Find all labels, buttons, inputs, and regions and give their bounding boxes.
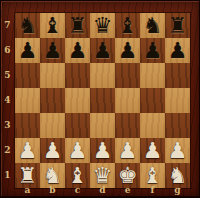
- square-a6[interactable]: ♟: [15, 38, 40, 63]
- piece-white-pawn-b2[interactable]: ♟: [40, 138, 65, 163]
- piece-black-bishop-b7[interactable]: ♝: [40, 13, 65, 38]
- piece-black-knight-f7[interactable]: ♞: [140, 13, 165, 38]
- file-label-b: b: [40, 185, 65, 196]
- file-label-d: d: [90, 185, 115, 196]
- square-e4[interactable]: [115, 88, 140, 113]
- square-b2[interactable]: ♟: [40, 138, 65, 163]
- rank-label-5: 5: [0, 63, 15, 88]
- chess-board[interactable]: ♞♝♜♛♝♞♜♟♟♟♟♟♟♟♟♟♟♟♟♟♟♜♞♝♛♚♝♞: [15, 13, 190, 188]
- piece-black-knight-a7[interactable]: ♞: [15, 13, 40, 38]
- square-d7[interactable]: ♛: [90, 13, 115, 38]
- square-f5[interactable]: [140, 63, 165, 88]
- piece-black-queen-d7[interactable]: ♛: [90, 13, 115, 38]
- square-c2[interactable]: ♟: [65, 138, 90, 163]
- rank-label-7: 7: [0, 13, 15, 38]
- piece-white-pawn-c2[interactable]: ♟: [65, 138, 90, 163]
- rank-labels: 7654321: [0, 13, 15, 188]
- square-b5[interactable]: [40, 63, 65, 88]
- square-f3[interactable]: [140, 113, 165, 138]
- file-label-f: f: [140, 185, 165, 196]
- square-c6[interactable]: ♟: [65, 38, 90, 63]
- piece-white-pawn-a2[interactable]: ♟: [15, 138, 40, 163]
- square-g5[interactable]: [165, 63, 190, 88]
- piece-black-pawn-a6[interactable]: ♟: [15, 38, 40, 63]
- square-g2[interactable]: ♟: [165, 138, 190, 163]
- square-g7[interactable]: ♜: [165, 13, 190, 38]
- square-d4[interactable]: [90, 88, 115, 113]
- square-f4[interactable]: [140, 88, 165, 113]
- rank-label-2: 2: [0, 138, 15, 163]
- piece-black-pawn-e6[interactable]: ♟: [115, 38, 140, 63]
- file-label-c: c: [65, 185, 90, 196]
- square-g6[interactable]: ♟: [165, 38, 190, 63]
- file-label-a: a: [15, 185, 40, 196]
- piece-white-pawn-g2[interactable]: ♟: [165, 138, 190, 163]
- square-a4[interactable]: [15, 88, 40, 113]
- piece-black-rook-g7[interactable]: ♜: [165, 13, 190, 38]
- file-label-g: g: [165, 185, 190, 196]
- square-e3[interactable]: [115, 113, 140, 138]
- square-b7[interactable]: ♝: [40, 13, 65, 38]
- piece-white-pawn-e2[interactable]: ♟: [115, 138, 140, 163]
- piece-white-pawn-d2[interactable]: ♟: [90, 138, 115, 163]
- piece-white-pawn-f2[interactable]: ♟: [140, 138, 165, 163]
- square-e2[interactable]: ♟: [115, 138, 140, 163]
- file-label-e: e: [115, 185, 140, 196]
- piece-black-bishop-e7[interactable]: ♝: [115, 13, 140, 38]
- square-d5[interactable]: [90, 63, 115, 88]
- square-d6[interactable]: ♟: [90, 38, 115, 63]
- piece-black-pawn-b6[interactable]: ♟: [40, 38, 65, 63]
- piece-black-pawn-c6[interactable]: ♟: [65, 38, 90, 63]
- square-a7[interactable]: ♞: [15, 13, 40, 38]
- square-b4[interactable]: [40, 88, 65, 113]
- square-e7[interactable]: ♝: [115, 13, 140, 38]
- square-a2[interactable]: ♟: [15, 138, 40, 163]
- square-f6[interactable]: ♟: [140, 38, 165, 63]
- piece-black-pawn-f6[interactable]: ♟: [140, 38, 165, 63]
- piece-black-pawn-d6[interactable]: ♟: [90, 38, 115, 63]
- square-b3[interactable]: [40, 113, 65, 138]
- square-c7[interactable]: ♜: [65, 13, 90, 38]
- square-g4[interactable]: [165, 88, 190, 113]
- square-c4[interactable]: [65, 88, 90, 113]
- rank-label-1: 1: [0, 163, 15, 188]
- rank-label-3: 3: [0, 113, 15, 138]
- file-labels: abcdefg: [15, 185, 190, 196]
- square-e5[interactable]: [115, 63, 140, 88]
- chess-app-window: 7654321 ♞♝♜♛♝♞♜♟♟♟♟♟♟♟♟♟♟♟♟♟♟♜♞♝♛♚♝♞ abc…: [0, 0, 200, 198]
- square-d3[interactable]: [90, 113, 115, 138]
- piece-black-pawn-g6[interactable]: ♟: [165, 38, 190, 63]
- square-b6[interactable]: ♟: [40, 38, 65, 63]
- square-a5[interactable]: [15, 63, 40, 88]
- square-c3[interactable]: [65, 113, 90, 138]
- square-f7[interactable]: ♞: [140, 13, 165, 38]
- square-d2[interactable]: ♟: [90, 138, 115, 163]
- square-c5[interactable]: [65, 63, 90, 88]
- piece-black-rook-c7[interactable]: ♜: [65, 13, 90, 38]
- square-f2[interactable]: ♟: [140, 138, 165, 163]
- rank-label-4: 4: [0, 88, 15, 113]
- rank-label-6: 6: [0, 38, 15, 63]
- square-a3[interactable]: [15, 113, 40, 138]
- square-e6[interactable]: ♟: [115, 38, 140, 63]
- square-g3[interactable]: [165, 113, 190, 138]
